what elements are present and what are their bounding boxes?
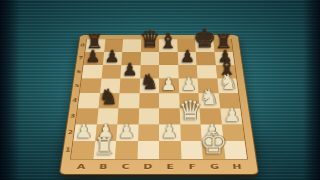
square-f7[interactable]: ♟ [177, 52, 196, 65]
black-pawn-c6[interactable]: ♟ [122, 61, 137, 78]
white-pawn-h3[interactable]: ♟ [224, 105, 241, 124]
white-knight-h5[interactable]: ♞ [219, 72, 238, 93]
square-g6[interactable] [197, 65, 217, 79]
square-e2[interactable]: ♟ [159, 124, 180, 141]
white-pawn-f5[interactable]: ♟ [181, 75, 197, 93]
white-pawn-a2[interactable]: ♟ [76, 122, 93, 141]
square-e8[interactable]: ♝ [159, 39, 177, 52]
black-king-g8[interactable]: ♚ [193, 25, 216, 51]
file-labels: ABCDEFGH [69, 161, 248, 172]
square-h3[interactable]: ♟ [220, 108, 242, 124]
square-a6[interactable] [82, 65, 103, 79]
square-e4[interactable] [159, 93, 179, 108]
square-h5[interactable]: ♞ [217, 79, 238, 93]
board-wooden-frame: ♜♛♝♚♜♟♟♟♟♟♝♞♟♟♞♞♞♛♟♟♟♟♟♟♜♚ 87654321 ABCD… [60, 35, 258, 174]
game-scene: ♜♛♝♚♜♟♟♟♟♟♝♞♟♟♞♞♞♛♟♟♟♟♟♟♜♚ 87654321 ABCD… [0, 0, 320, 180]
file-label-b: B [92, 161, 115, 172]
square-f5[interactable]: ♟ [178, 79, 198, 93]
file-label-a: A [69, 161, 93, 172]
square-d3[interactable] [138, 108, 159, 124]
square-g1[interactable]: ♚ [202, 141, 225, 159]
board-grid: ♜♛♝♚♜♟♟♟♟♟♝♞♟♟♞♞♞♛♟♟♟♟♟♟♜♚ [71, 39, 247, 159]
square-d8[interactable]: ♛ [141, 39, 159, 52]
black-pawn-b7[interactable]: ♟ [104, 48, 119, 65]
black-pawn-f7[interactable]: ♟ [180, 48, 195, 65]
black-queen-d8[interactable]: ♛ [139, 28, 160, 52]
square-b1[interactable]: ♜ [93, 141, 116, 159]
square-c6[interactable]: ♟ [120, 65, 140, 79]
white-king-g1[interactable]: ♚ [200, 127, 228, 158]
square-f3[interactable]: ♛ [179, 108, 200, 124]
square-g7[interactable] [196, 52, 216, 65]
square-d4[interactable] [139, 93, 159, 108]
white-knight-g4[interactable]: ♞ [200, 86, 219, 108]
square-a1[interactable] [71, 141, 95, 159]
square-a4[interactable] [78, 93, 100, 108]
black-knight-d5[interactable]: ♞ [140, 72, 159, 93]
square-e7[interactable] [159, 52, 178, 65]
file-label-c: C [114, 161, 137, 172]
square-d2[interactable] [138, 124, 159, 141]
square-g8[interactable]: ♚ [195, 39, 214, 52]
black-knight-b4[interactable]: ♞ [99, 86, 118, 108]
square-a7[interactable]: ♟ [84, 52, 104, 65]
square-f2[interactable] [180, 124, 202, 141]
white-pawn-e2[interactable]: ♟ [161, 122, 178, 141]
square-c8[interactable] [122, 39, 141, 52]
square-b7[interactable]: ♟ [102, 52, 122, 65]
file-label-f: F [181, 161, 204, 172]
square-b4[interactable]: ♞ [98, 93, 119, 108]
square-d5[interactable]: ♞ [139, 79, 159, 93]
chess-board-3d: ♜♛♝♚♜♟♟♟♟♟♝♞♟♟♞♞♞♛♟♟♟♟♟♟♜♚ 87654321 ABCD… [60, 35, 258, 174]
square-c2[interactable]: ♟ [116, 124, 138, 141]
white-pawn-c2[interactable]: ♟ [118, 122, 135, 141]
black-bishop-e8[interactable]: ♝ [159, 30, 178, 51]
file-label-e: E [159, 161, 181, 172]
square-c4[interactable] [118, 93, 139, 108]
square-e1[interactable] [159, 141, 181, 159]
black-pawn-a7[interactable]: ♟ [86, 48, 101, 65]
file-label-d: D [137, 161, 159, 172]
file-label-g: G [203, 161, 226, 172]
square-d1[interactable] [137, 141, 159, 159]
file-label-h: H [225, 161, 249, 172]
square-c5[interactable] [119, 79, 139, 93]
white-queen-f3[interactable]: ♛ [178, 97, 202, 124]
square-b6[interactable] [101, 65, 121, 79]
square-c1[interactable] [115, 141, 138, 159]
square-d7[interactable] [140, 52, 159, 65]
white-rook-b1[interactable]: ♜ [94, 135, 115, 158]
white-pawn-e5[interactable]: ♟ [161, 75, 177, 93]
square-e5[interactable]: ♟ [159, 79, 179, 93]
